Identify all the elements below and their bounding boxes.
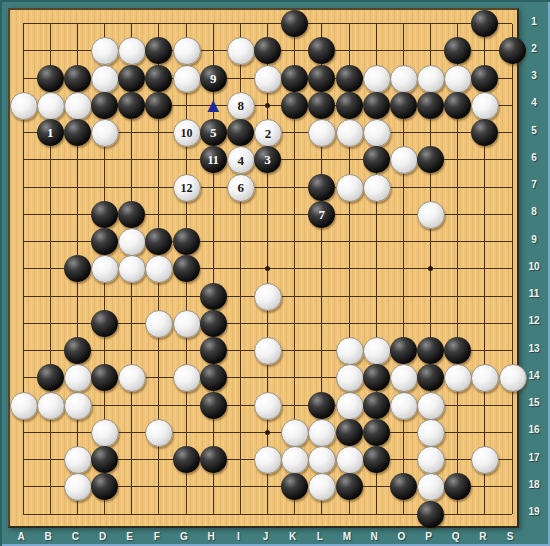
stone-G12[interactable] xyxy=(173,310,201,338)
stone-C10[interactable] xyxy=(64,255,91,282)
stone-O6[interactable] xyxy=(390,146,418,174)
stone-C5[interactable] xyxy=(64,119,91,146)
stone-O15[interactable] xyxy=(390,392,418,420)
stone-D3[interactable] xyxy=(91,65,119,93)
stone-E10[interactable] xyxy=(118,255,146,283)
stone-N4[interactable] xyxy=(363,92,390,119)
stone-D2[interactable] xyxy=(91,37,119,65)
column-label-O: O xyxy=(391,531,411,542)
row-label-1: 1 xyxy=(521,16,547,27)
stone-P17[interactable] xyxy=(417,446,445,474)
stone-G9[interactable] xyxy=(173,228,200,255)
move-number: 9 xyxy=(210,72,217,85)
stone-D18[interactable] xyxy=(91,473,118,500)
stone-F2[interactable] xyxy=(145,37,172,64)
move-number: 10 xyxy=(181,127,193,139)
row-label-12: 12 xyxy=(521,315,547,326)
stone-Q14[interactable] xyxy=(444,364,472,392)
stone-B4[interactable] xyxy=(37,92,65,120)
stone-E4[interactable] xyxy=(118,92,145,119)
column-label-G: G xyxy=(174,531,194,542)
stone-N13[interactable] xyxy=(363,337,391,365)
stone-H17[interactable] xyxy=(200,446,227,473)
stone-G7[interactable]: 12 xyxy=(173,174,201,202)
stone-D16[interactable] xyxy=(91,419,119,447)
stone-L5[interactable] xyxy=(308,119,336,147)
row-label-5: 5 xyxy=(521,125,547,136)
stone-J17[interactable] xyxy=(254,446,282,474)
move-number: 11 xyxy=(207,154,218,166)
row-label-17: 17 xyxy=(521,452,547,463)
stone-R1[interactable] xyxy=(471,10,498,37)
stone-M13[interactable] xyxy=(336,337,364,365)
stone-P19[interactable] xyxy=(417,501,444,528)
row-label-18: 18 xyxy=(521,479,547,490)
stone-A4[interactable] xyxy=(10,92,38,120)
stone-E8[interactable] xyxy=(118,201,145,228)
stone-R3[interactable] xyxy=(471,65,498,92)
stone-D12[interactable] xyxy=(91,310,118,337)
stone-I6[interactable]: 4 xyxy=(227,146,255,174)
stone-P13[interactable] xyxy=(417,337,444,364)
stone-G5[interactable]: 10 xyxy=(173,119,201,147)
stone-F9[interactable] xyxy=(145,228,172,255)
stone-H12[interactable] xyxy=(200,310,227,337)
stone-F16[interactable] xyxy=(145,419,173,447)
column-label-B: B xyxy=(38,531,58,542)
row-label-7: 7 xyxy=(521,179,547,190)
stone-J15[interactable] xyxy=(254,392,282,420)
stone-J6[interactable]: 3 xyxy=(254,146,281,173)
stone-I4[interactable]: 8 xyxy=(227,92,255,120)
row-label-14: 14 xyxy=(521,370,547,381)
row-label-2: 2 xyxy=(521,43,547,54)
stone-M5[interactable] xyxy=(336,119,364,147)
stone-M17[interactable] xyxy=(336,446,364,474)
stone-D14[interactable] xyxy=(91,364,118,391)
stone-B14[interactable] xyxy=(37,364,64,391)
row-label-19: 19 xyxy=(521,506,547,517)
stone-Q3[interactable] xyxy=(444,65,472,93)
stone-N14[interactable] xyxy=(363,364,390,391)
move-number: 8 xyxy=(238,99,245,112)
go-board-app: 981105211431267▲ ABCDEFGHIJKLMNOPQRS 123… xyxy=(0,0,550,546)
stone-G14[interactable] xyxy=(173,364,201,392)
stone-O14[interactable] xyxy=(390,364,418,392)
stone-L18[interactable] xyxy=(308,473,336,501)
move-number: 2 xyxy=(265,127,272,140)
stone-D10[interactable] xyxy=(91,255,119,283)
stone-B5[interactable]: 1 xyxy=(37,119,64,146)
stone-L17[interactable] xyxy=(308,446,336,474)
stone-H11[interactable] xyxy=(200,283,227,310)
column-label-L: L xyxy=(310,531,330,542)
stone-N5[interactable] xyxy=(363,119,391,147)
column-label-F: F xyxy=(147,531,167,542)
stone-L3[interactable] xyxy=(308,65,335,92)
stone-K17[interactable] xyxy=(281,446,309,474)
stone-J11[interactable] xyxy=(254,283,282,311)
stone-E14[interactable] xyxy=(118,364,146,392)
stone-Q2[interactable] xyxy=(444,37,471,64)
stone-G3[interactable] xyxy=(173,65,201,93)
stone-P16[interactable] xyxy=(417,419,445,447)
column-label-E: E xyxy=(120,531,140,542)
stone-E3[interactable] xyxy=(118,65,145,92)
stone-I2[interactable] xyxy=(227,37,255,65)
star-point xyxy=(265,430,270,435)
stone-N6[interactable] xyxy=(363,146,390,173)
stone-M14[interactable] xyxy=(336,364,364,392)
row-label-4: 4 xyxy=(521,97,547,108)
stone-Q4[interactable] xyxy=(444,92,471,119)
stone-D4[interactable] xyxy=(91,92,118,119)
stone-G10[interactable] xyxy=(173,255,200,282)
stone-K1[interactable] xyxy=(281,10,308,37)
stone-H14[interactable] xyxy=(200,364,227,391)
stone-C4[interactable] xyxy=(64,92,92,120)
stone-C17[interactable] xyxy=(64,446,92,474)
stone-I7[interactable]: 6 xyxy=(227,174,255,202)
stone-D9[interactable] xyxy=(91,228,118,255)
stone-R4[interactable] xyxy=(471,92,499,120)
stone-H5[interactable]: 5 xyxy=(200,119,227,146)
stone-R14[interactable] xyxy=(471,364,499,392)
stone-K18[interactable] xyxy=(281,473,308,500)
stone-Q18[interactable] xyxy=(444,473,471,500)
row-label-15: 15 xyxy=(521,397,547,408)
row-label-10: 10 xyxy=(521,261,547,272)
row-label-13: 13 xyxy=(521,343,547,354)
stone-N7[interactable] xyxy=(363,174,391,202)
stone-L16[interactable] xyxy=(308,419,336,447)
stone-O4[interactable] xyxy=(390,92,417,119)
stone-N3[interactable] xyxy=(363,65,391,93)
stone-K16[interactable] xyxy=(281,419,309,447)
stone-F3[interactable] xyxy=(145,65,172,92)
stone-L8[interactable]: 7 xyxy=(308,201,335,228)
stone-K4[interactable] xyxy=(281,92,308,119)
stone-C13[interactable] xyxy=(64,337,91,364)
star-point xyxy=(265,103,270,108)
stone-C18[interactable] xyxy=(64,473,92,501)
column-label-Q: Q xyxy=(446,531,466,542)
column-label-N: N xyxy=(364,531,384,542)
stone-D17[interactable] xyxy=(91,446,118,473)
row-label-9: 9 xyxy=(521,234,547,245)
triangle-marker: ▲ xyxy=(200,92,227,119)
stone-N16[interactable] xyxy=(363,419,390,446)
stone-F10[interactable] xyxy=(145,255,173,283)
stone-J2[interactable] xyxy=(254,37,281,64)
column-label-H: H xyxy=(201,531,221,542)
stone-M3[interactable] xyxy=(336,65,363,92)
row-label-11: 11 xyxy=(521,288,547,299)
stone-J3[interactable] xyxy=(254,65,282,93)
stone-P6[interactable] xyxy=(417,146,444,173)
stone-O3[interactable] xyxy=(390,65,418,93)
column-label-M: M xyxy=(337,531,357,542)
stone-O18[interactable] xyxy=(390,473,417,500)
move-number: 4 xyxy=(238,154,245,167)
grid-line-vertical xyxy=(512,24,513,515)
stone-R5[interactable] xyxy=(471,119,498,146)
stone-D5[interactable] xyxy=(91,119,119,147)
column-label-C: C xyxy=(65,531,85,542)
stone-Q13[interactable] xyxy=(444,337,471,364)
stone-M4[interactable] xyxy=(336,92,363,119)
stone-P15[interactable] xyxy=(417,392,445,420)
stone-H13[interactable] xyxy=(200,337,227,364)
stone-N17[interactable] xyxy=(363,446,390,473)
stone-L15[interactable] xyxy=(308,392,335,419)
stone-L7[interactable] xyxy=(308,174,335,201)
stone-P4[interactable] xyxy=(417,92,444,119)
stone-M18[interactable] xyxy=(336,473,363,500)
row-label-16: 16 xyxy=(521,424,547,435)
stone-E2[interactable] xyxy=(118,37,146,65)
stone-F4[interactable] xyxy=(145,92,172,119)
move-number: 6 xyxy=(238,181,245,194)
star-point xyxy=(265,266,270,271)
move-number: 12 xyxy=(181,182,193,194)
stone-P14[interactable] xyxy=(417,364,444,391)
stone-J13[interactable] xyxy=(254,337,282,365)
column-label-D: D xyxy=(93,531,113,542)
column-label-J: J xyxy=(256,531,276,542)
star-point xyxy=(428,266,433,271)
stone-G17[interactable] xyxy=(173,446,200,473)
stone-C15[interactable] xyxy=(64,392,92,420)
column-label-S: S xyxy=(500,531,520,542)
stone-F12[interactable] xyxy=(145,310,173,338)
stone-H15[interactable] xyxy=(200,392,227,419)
stone-J5[interactable]: 2 xyxy=(254,119,282,147)
stone-O13[interactable] xyxy=(390,337,417,364)
move-number: 7 xyxy=(319,208,326,221)
stone-C3[interactable] xyxy=(64,65,91,92)
stone-L2[interactable] xyxy=(308,37,335,64)
move-number: 1 xyxy=(47,126,54,139)
column-label-I: I xyxy=(228,531,248,542)
stone-R17[interactable] xyxy=(471,446,499,474)
stone-P18[interactable] xyxy=(417,473,445,501)
row-label-8: 8 xyxy=(521,206,547,217)
stone-C14[interactable] xyxy=(64,364,92,392)
stone-B3[interactable] xyxy=(37,65,64,92)
column-label-K: K xyxy=(283,531,303,542)
column-label-P: P xyxy=(419,531,439,542)
stone-H3[interactable]: 9 xyxy=(200,65,227,92)
column-label-A: A xyxy=(11,531,31,542)
stone-P3[interactable] xyxy=(417,65,445,93)
stone-M15[interactable] xyxy=(336,392,364,420)
row-label-6: 6 xyxy=(521,152,547,163)
move-number: 5 xyxy=(210,126,217,139)
column-label-R: R xyxy=(473,531,493,542)
stone-D8[interactable] xyxy=(91,201,118,228)
stone-L4[interactable] xyxy=(308,92,335,119)
go-board[interactable]: 981105211431267▲ xyxy=(8,8,519,528)
stone-A15[interactable] xyxy=(10,392,38,420)
stone-K3[interactable] xyxy=(281,65,308,92)
stone-M7[interactable] xyxy=(336,174,364,202)
stone-N15[interactable] xyxy=(363,392,390,419)
row-label-3: 3 xyxy=(521,70,547,81)
stone-B15[interactable] xyxy=(37,392,65,420)
stone-I5[interactable] xyxy=(227,119,254,146)
stone-E9[interactable] xyxy=(118,228,146,256)
stone-H6[interactable]: 11 xyxy=(200,146,227,173)
move-number: 3 xyxy=(264,153,271,166)
stone-G2[interactable] xyxy=(173,37,201,65)
stone-P8[interactable] xyxy=(417,201,445,229)
stone-M16[interactable] xyxy=(336,419,363,446)
